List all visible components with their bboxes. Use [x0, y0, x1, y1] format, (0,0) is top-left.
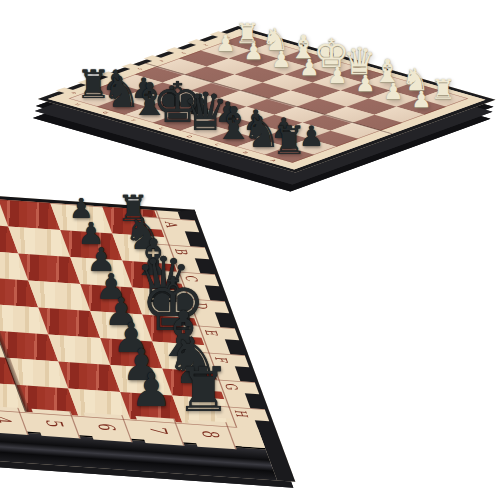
closeup-chess-board: ABCDEFGH12345678 — [0, 178, 295, 482]
product-photo-canvas: 12345678HGFEDCBA ♜♞♝♛♚♝♞♜♟♟♟♟♟♟♟♟♟♟♟♟♟♟♟… — [0, 0, 500, 489]
closeup-board-grid: ABCDEFGH12345678 — [0, 181, 265, 448]
closeup-board-view: ABCDEFGH12345678 ♜♞♝♛♚♝♞♜♟♟♟♟♟♟♟♟♟♟♟♟♟♟♟… — [0, 148, 342, 489]
closeup-frame-shadow: ABCDEFGH12345678 — [0, 148, 342, 489]
border-strip-corner — [234, 426, 265, 448]
